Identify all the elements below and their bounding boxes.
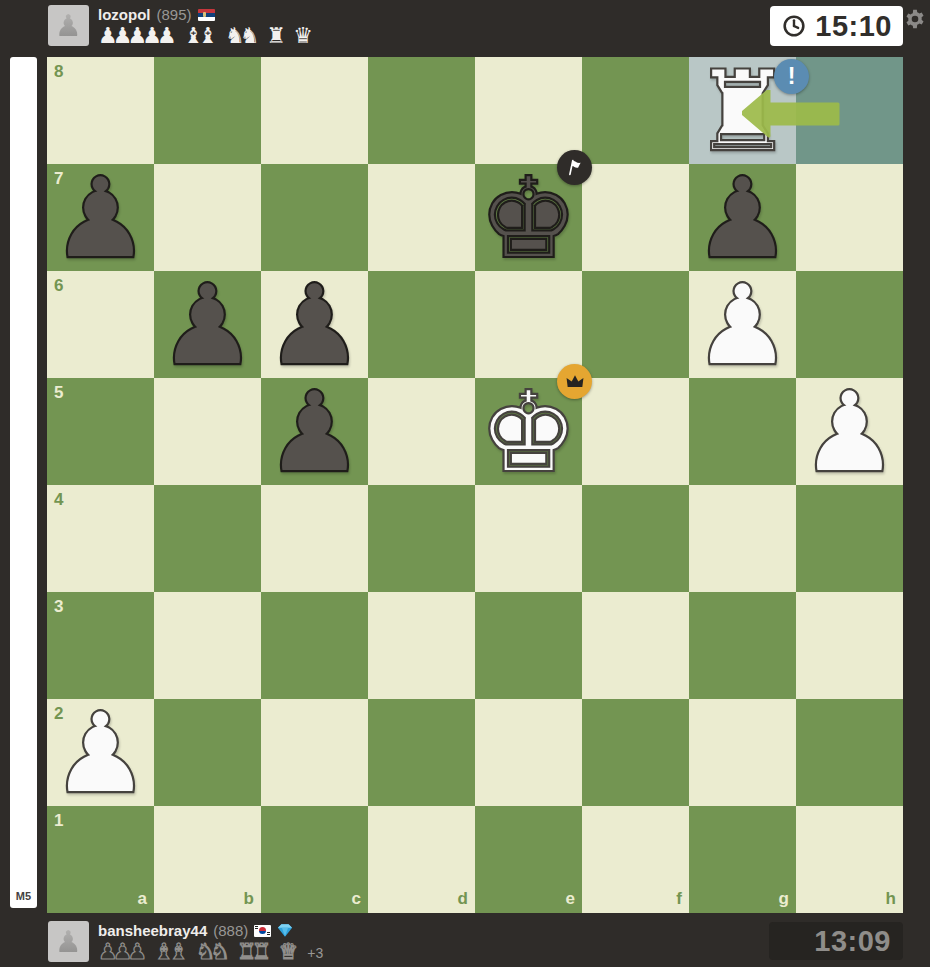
captured-piece-group: ♜♜ xyxy=(237,941,271,963)
great-move-badge: ! xyxy=(774,59,809,94)
square-e5[interactable]: ♚ xyxy=(475,378,582,485)
black-pawn[interactable]: ♟ xyxy=(261,271,368,378)
square-d3[interactable] xyxy=(368,592,475,699)
bottom-player-clock: 13:09 xyxy=(769,922,903,960)
black-pawn[interactable]: ♟ xyxy=(47,164,154,271)
crown-icon xyxy=(564,371,586,393)
game-page: ♟ lozopol (895) ♟♟♟♟♟♝♝♞♞♜♛ 15:10 M5 xyxy=(0,0,930,967)
flag-icon xyxy=(564,157,586,179)
square-h2[interactable] xyxy=(796,699,903,806)
square-b4[interactable] xyxy=(154,485,261,592)
square-e1[interactable]: e xyxy=(475,806,582,913)
square-h3[interactable] xyxy=(796,592,903,699)
coordinate-file-b: b xyxy=(244,889,254,909)
avatar-pawn-icon: ♟ xyxy=(55,11,82,41)
square-c2[interactable] xyxy=(261,699,368,806)
square-h7[interactable] xyxy=(796,164,903,271)
black-pawn[interactable]: ♟ xyxy=(689,164,796,271)
square-a2[interactable]: 2♟ xyxy=(47,699,154,806)
timeout-flag-badge xyxy=(557,150,592,185)
coordinate-file-e: e xyxy=(566,889,575,909)
south-korea-flag-icon xyxy=(254,925,271,937)
square-g5[interactable] xyxy=(689,378,796,485)
captured-piece-group: ♛ xyxy=(293,25,313,47)
top-player-clock: 15:10 xyxy=(770,6,903,46)
square-f5[interactable] xyxy=(582,378,689,485)
square-g8[interactable]: ♜! xyxy=(689,57,796,164)
chess-board: 8♜!7♟♚♟6♟♟♟5♟♚♟432♟1abcdefgh xyxy=(47,57,903,913)
square-a1[interactable]: 1a xyxy=(47,806,154,913)
square-c4[interactable] xyxy=(261,485,368,592)
coordinate-rank-4: 4 xyxy=(54,490,63,510)
square-e4[interactable] xyxy=(475,485,582,592)
square-d7[interactable] xyxy=(368,164,475,271)
square-e2[interactable] xyxy=(475,699,582,806)
square-d8[interactable] xyxy=(368,57,475,164)
square-a7[interactable]: 7♟ xyxy=(47,164,154,271)
square-b7[interactable] xyxy=(154,164,261,271)
bottom-player-rating: (888) xyxy=(213,922,248,939)
black-pawn[interactable]: ♟ xyxy=(154,271,261,378)
square-d5[interactable] xyxy=(368,378,475,485)
captured-piece-group: ♛ xyxy=(279,941,299,963)
bottom-clock-time: 13:09 xyxy=(814,925,891,958)
square-f7[interactable] xyxy=(582,164,689,271)
square-a5[interactable]: 5 xyxy=(47,378,154,485)
bottom-player-name[interactable]: bansheebray44 xyxy=(98,922,207,939)
coordinate-file-h: h xyxy=(886,889,896,909)
avatar-pawn-icon: ♟ xyxy=(55,927,82,957)
square-c8[interactable] xyxy=(261,57,368,164)
square-h1[interactable]: h xyxy=(796,806,903,913)
serbia-flag-icon xyxy=(198,9,215,21)
captured-piece-group: ♞♞ xyxy=(196,941,230,963)
bottom-player-avatar[interactable]: ♟ xyxy=(48,921,89,962)
bottom-player-bar: ♟ bansheebray44 (888) ♟♟♟♝♝♞♞♜♜♛+3 xyxy=(48,921,323,963)
evaluation-bar: M5 xyxy=(10,57,37,908)
top-player-name[interactable]: lozopol xyxy=(98,6,151,23)
square-c3[interactable] xyxy=(261,592,368,699)
square-g1[interactable]: g xyxy=(689,806,796,913)
top-player-avatar[interactable]: ♟ xyxy=(48,5,89,46)
square-c1[interactable]: c xyxy=(261,806,368,913)
square-b2[interactable] xyxy=(154,699,261,806)
square-d1[interactable]: d xyxy=(368,806,475,913)
square-h8[interactable] xyxy=(796,57,903,164)
square-h4[interactable] xyxy=(796,485,903,592)
square-a6[interactable]: 6 xyxy=(47,271,154,378)
white-pawn[interactable]: ♟ xyxy=(689,271,796,378)
clock-icon xyxy=(781,13,807,39)
premium-diamond-icon[interactable] xyxy=(277,923,293,938)
captured-piece-group: ♝♝ xyxy=(154,941,188,963)
black-pawn[interactable]: ♟ xyxy=(261,378,368,485)
square-a3[interactable]: 3 xyxy=(47,592,154,699)
captured-piece-group: ♟♟♟♟♟ xyxy=(98,25,177,47)
square-b5[interactable] xyxy=(154,378,261,485)
evaluation-label: M5 xyxy=(16,890,31,902)
settings-gear-icon[interactable] xyxy=(904,8,926,30)
captured-piece-group: ♞♞ xyxy=(225,25,259,47)
square-h5[interactable]: ♟ xyxy=(796,378,903,485)
square-e7[interactable]: ♚ xyxy=(475,164,582,271)
coordinate-rank-3: 3 xyxy=(54,597,63,617)
square-a4[interactable]: 4 xyxy=(47,485,154,592)
captured-piece-group: ♝♝ xyxy=(184,25,218,47)
square-c6[interactable]: ♟ xyxy=(261,271,368,378)
square-e6[interactable] xyxy=(475,271,582,378)
coordinate-rank-5: 5 xyxy=(54,383,63,403)
coordinate-file-f: f xyxy=(676,889,682,909)
square-d2[interactable] xyxy=(368,699,475,806)
square-d6[interactable] xyxy=(368,271,475,378)
square-a8[interactable]: 8 xyxy=(47,57,154,164)
square-f6[interactable] xyxy=(582,271,689,378)
captured-piece-group: ♟♟♟ xyxy=(98,941,147,963)
coordinate-file-c: c xyxy=(352,889,361,909)
square-e8[interactable] xyxy=(475,57,582,164)
square-g7[interactable]: ♟ xyxy=(689,164,796,271)
winner-crown-badge xyxy=(557,364,592,399)
top-player-rating: (895) xyxy=(157,6,192,23)
square-f4[interactable] xyxy=(582,485,689,592)
coordinate-file-g: g xyxy=(779,889,789,909)
square-g2[interactable] xyxy=(689,699,796,806)
square-f2[interactable] xyxy=(582,699,689,806)
captured-piece-group: ♜ xyxy=(267,25,287,47)
bottom-captured-pieces: ♟♟♟♝♝♞♞♜♜♛+3 xyxy=(98,941,323,963)
square-b6[interactable]: ♟ xyxy=(154,271,261,378)
top-captured-pieces: ♟♟♟♟♟♝♝♞♞♜♛ xyxy=(98,25,313,47)
square-b1[interactable]: b xyxy=(154,806,261,913)
square-h6[interactable] xyxy=(796,271,903,378)
square-g3[interactable] xyxy=(689,592,796,699)
top-clock-time: 15:10 xyxy=(815,10,892,43)
square-f3[interactable] xyxy=(582,592,689,699)
material-advantage: +3 xyxy=(307,943,323,963)
coordinate-rank-8: 8 xyxy=(54,62,63,82)
square-f8[interactable] xyxy=(582,57,689,164)
square-b8[interactable] xyxy=(154,57,261,164)
square-c7[interactable] xyxy=(261,164,368,271)
square-f1[interactable]: f xyxy=(582,806,689,913)
square-d4[interactable] xyxy=(368,485,475,592)
square-b3[interactable] xyxy=(154,592,261,699)
coordinate-file-d: d xyxy=(458,889,468,909)
square-g4[interactable] xyxy=(689,485,796,592)
white-pawn[interactable]: ♟ xyxy=(47,699,154,806)
top-player-bar: ♟ lozopol (895) ♟♟♟♟♟♝♝♞♞♜♛ xyxy=(48,5,313,47)
white-pawn[interactable]: ♟ xyxy=(796,378,903,485)
square-e3[interactable] xyxy=(475,592,582,699)
coordinate-file-a: a xyxy=(138,889,147,909)
square-c5[interactable]: ♟ xyxy=(261,378,368,485)
square-g6[interactable]: ♟ xyxy=(689,271,796,378)
